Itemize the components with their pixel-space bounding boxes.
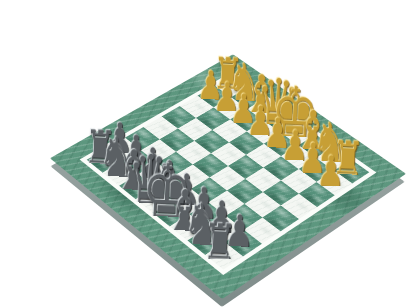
product-photo: ♜♞♝♛♚♝♞♜♟♟♟♟♟♟♟♟♟♟♟♟♟♟♟♟♜♞♝♛♚♝♞♜ (0, 0, 416, 307)
square-f2: ♟ (189, 202, 226, 228)
board-white-frame: ♜♞♝♛♚♝♞♜♟♟♟♟♟♟♟♟♟♟♟♟♟♟♟♟♜♞♝♛♚♝♞♜ (80, 72, 377, 275)
square-e1: ♚ (153, 201, 190, 227)
chess-squares: ♜♞♝♛♚♝♞♜♟♟♟♟♟♟♟♟♟♟♟♟♟♟♟♟♜♞♝♛♚♝♞♜ (87, 76, 370, 270)
chess-board: ♜♞♝♛♚♝♞♜♟♟♟♟♟♟♟♟♟♟♟♟♟♟♟♟♜♞♝♛♚♝♞♜ (50, 54, 406, 299)
square-a3 (125, 127, 160, 150)
board-scene: ♜♞♝♛♚♝♞♜♟♟♟♟♟♟♟♟♟♟♟♟♟♟♟♟♜♞♝♛♚♝♞♜ (97, 35, 360, 298)
